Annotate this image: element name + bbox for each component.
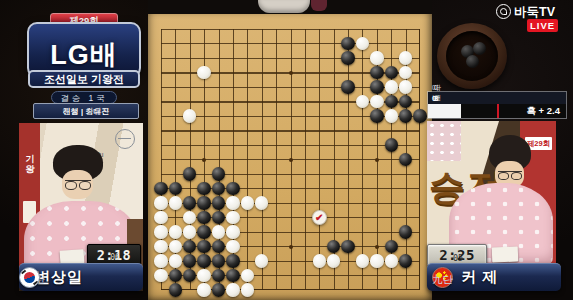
event-badge: 제29회 LG배 조선일보 기왕전 결승 1국 <box>27 13 141 105</box>
white-stone <box>385 254 398 267</box>
black-stone <box>226 254 239 267</box>
right-clock-seconds: 05 <box>453 253 463 263</box>
black-stone <box>197 240 210 253</box>
white-stone <box>356 254 369 267</box>
white-stone <box>154 211 167 224</box>
korea-flag-icon <box>19 267 40 288</box>
stone-layer: ✔ <box>161 29 421 291</box>
white-stone <box>385 80 398 93</box>
white-stone <box>183 109 196 122</box>
black-stone <box>413 109 426 122</box>
black-stone <box>154 182 167 195</box>
white-stone <box>197 269 210 282</box>
black-stone <box>183 196 196 209</box>
black-stone <box>212 254 225 267</box>
black-stone <box>341 51 354 64</box>
right-score-card <box>492 247 519 263</box>
black-stone <box>169 182 182 195</box>
left-player-clock: 2:18 06 <box>87 244 141 265</box>
white-stone <box>241 196 254 209</box>
white-stone <box>212 225 225 238</box>
black-stone <box>183 269 196 282</box>
white-stone <box>154 225 167 238</box>
captured-stone <box>473 42 486 55</box>
white-stone <box>399 51 412 64</box>
white-stone <box>370 51 383 64</box>
black-stone <box>212 167 225 180</box>
black-stone <box>212 269 225 282</box>
black-stone <box>327 240 340 253</box>
white-stone <box>226 211 239 224</box>
black-stone <box>183 240 196 253</box>
black-stone <box>385 138 398 151</box>
white-stone <box>356 95 369 108</box>
winrate-bar-midline <box>497 104 499 118</box>
white-stone <box>226 240 239 253</box>
black-stone <box>341 240 354 253</box>
white-stone <box>154 254 167 267</box>
black-stone <box>341 37 354 50</box>
star-point <box>289 158 293 162</box>
black-stone-bowl <box>437 23 507 89</box>
black-stone <box>197 182 210 195</box>
white-stone <box>255 196 268 209</box>
star-point <box>289 71 293 75</box>
white-stone <box>255 254 268 267</box>
white-stone <box>154 240 167 253</box>
black-stone <box>197 211 210 224</box>
left-banner-text: 기왕 <box>23 147 36 169</box>
black-stone <box>370 66 383 79</box>
white-stone <box>399 66 412 79</box>
white-stone <box>169 254 182 267</box>
white-stone <box>197 283 210 296</box>
white-stone <box>385 109 398 122</box>
black-stone <box>399 153 412 166</box>
left-panel: 제29회 LG배 조선일보 기왕전 결승 1국 진행 | 최유진 해설 | 송태… <box>0 0 148 300</box>
bowl-lid-accent <box>311 0 327 11</box>
white-stone <box>197 66 210 79</box>
winrate-bar: 흑 + 2.4 <box>428 104 566 118</box>
black-stone <box>399 95 412 108</box>
glasses-icon <box>498 171 522 178</box>
white-stone <box>226 196 239 209</box>
eval-score: 흑 + 2.4 <box>526 105 560 118</box>
black-stone <box>385 66 398 79</box>
white-stone <box>169 240 182 253</box>
black-stone <box>399 109 412 122</box>
left-player-namebar: 변상일 九단 <box>19 263 143 291</box>
black-stone <box>399 225 412 238</box>
black-stone <box>212 196 225 209</box>
right-player-name: 커 제 <box>461 268 498 287</box>
star-point <box>289 245 293 249</box>
white-stone <box>226 225 239 238</box>
black-stone <box>399 254 412 267</box>
event-subtitle: 조선일보 기왕전 <box>28 70 140 88</box>
white-stone <box>183 211 196 224</box>
white-stone <box>169 196 182 209</box>
star-point <box>375 158 379 162</box>
white-stone <box>370 254 383 267</box>
white-stone <box>399 80 412 93</box>
crew-bar: 진행 | 최유진 해설 | 송태곤 <box>33 103 139 119</box>
glasses-icon <box>65 180 91 188</box>
black-stone <box>385 95 398 108</box>
black-stone <box>226 269 239 282</box>
right-player-rank: 九단 <box>432 273 453 287</box>
black-stone <box>370 109 383 122</box>
star-point <box>202 158 206 162</box>
white-stone <box>154 196 167 209</box>
black-stone <box>197 196 210 209</box>
goban: ✔ <box>148 0 432 300</box>
black-stone <box>212 240 225 253</box>
baduktv-logo-icon <box>496 4 511 19</box>
black-stone <box>370 80 383 93</box>
winrate-bar-white <box>428 104 461 118</box>
white-stone <box>154 269 167 282</box>
white-stone <box>183 225 196 238</box>
globe-icon <box>115 129 135 149</box>
white-stone <box>169 225 182 238</box>
white-stone <box>226 283 239 296</box>
black-stone <box>212 182 225 195</box>
white-stone <box>241 269 254 282</box>
white-stone <box>356 37 369 50</box>
captured-stone <box>466 55 479 68</box>
black-stone <box>197 225 210 238</box>
right-floral-backdrop <box>427 121 461 161</box>
crew-commentary: 해설 | 송태곤 <box>63 106 110 117</box>
right-player-namebar: 커 제 九단 <box>427 263 561 291</box>
black-stone <box>197 254 210 267</box>
ai-eval-panel: 따낸돌 3 따낸돌 0 흑 + 2.4 <box>427 91 567 119</box>
black-stone <box>183 167 196 180</box>
black-stone <box>169 283 182 296</box>
white-stone <box>327 254 340 267</box>
broadcast-frame: 제29회 LG배 조선일보 기왕전 결승 1국 진행 | 최유진 해설 | 송태… <box>0 0 573 300</box>
white-stone <box>241 283 254 296</box>
captures-strip: 따낸돌 3 따낸돌 0 <box>428 92 566 104</box>
last-move-marker: ✔ <box>312 210 327 225</box>
black-stone <box>341 80 354 93</box>
black-stone <box>212 211 225 224</box>
white-stone <box>370 95 383 108</box>
left-clock-seconds: 06 <box>110 253 120 262</box>
black-stone <box>385 240 398 253</box>
white-stone-bowl-lid <box>258 0 310 13</box>
black-stone <box>183 254 196 267</box>
white-stone <box>313 254 326 267</box>
star-point <box>375 245 379 249</box>
black-stone <box>226 182 239 195</box>
black-stone <box>212 283 225 296</box>
black-stone <box>169 269 182 282</box>
live-badge: LIVE <box>527 19 558 32</box>
